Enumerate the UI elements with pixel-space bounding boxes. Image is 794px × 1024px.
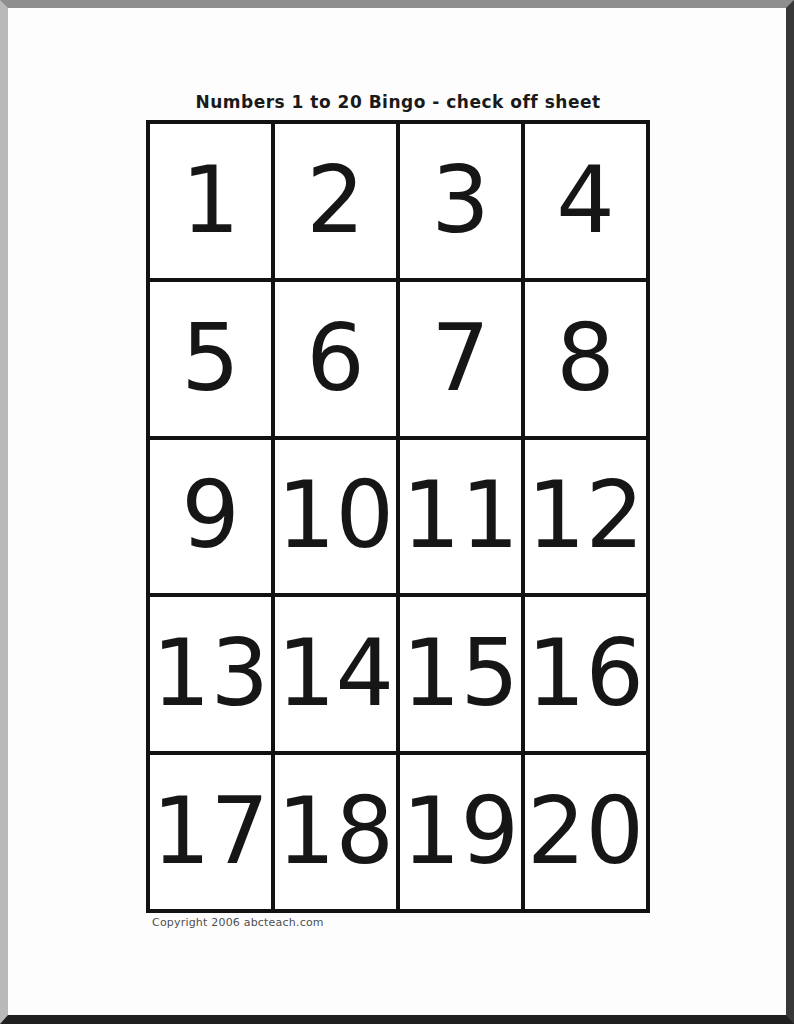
cell-13[interactable]: 13 — [150, 597, 271, 751]
cell-19[interactable]: 19 — [400, 755, 521, 909]
worksheet-page: Numbers 1 to 20 Bingo - check off sheet … — [8, 8, 786, 1015]
cell-16[interactable]: 16 — [525, 597, 646, 751]
cell-3[interactable]: 3 — [400, 124, 521, 278]
cell-17[interactable]: 17 — [150, 755, 271, 909]
cell-4[interactable]: 4 — [525, 124, 646, 278]
bingo-grid: 1 2 3 4 5 6 7 8 9 10 11 12 13 14 15 16 1… — [146, 120, 650, 913]
cell-7[interactable]: 7 — [400, 282, 521, 436]
cell-8[interactable]: 8 — [525, 282, 646, 436]
cell-9[interactable]: 9 — [150, 440, 271, 594]
cell-14[interactable]: 14 — [275, 597, 396, 751]
cell-2[interactable]: 2 — [275, 124, 396, 278]
copyright-text: Copyright 2006 abcteach.com — [152, 916, 324, 929]
cell-1[interactable]: 1 — [150, 124, 271, 278]
page: Numbers 1 to 20 Bingo - check off sheet … — [0, 0, 794, 1024]
cell-18[interactable]: 18 — [275, 755, 396, 909]
cell-11[interactable]: 11 — [400, 440, 521, 594]
cell-6[interactable]: 6 — [275, 282, 396, 436]
cell-10[interactable]: 10 — [275, 440, 396, 594]
cell-5[interactable]: 5 — [150, 282, 271, 436]
cell-20[interactable]: 20 — [525, 755, 646, 909]
page-title: Numbers 1 to 20 Bingo - check off sheet — [146, 92, 650, 112]
cell-15[interactable]: 15 — [400, 597, 521, 751]
cell-12[interactable]: 12 — [525, 440, 646, 594]
